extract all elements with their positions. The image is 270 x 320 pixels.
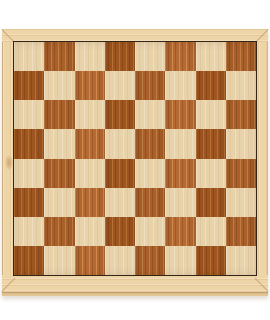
square-e8[interactable] [135, 42, 165, 71]
square-f3[interactable] [165, 188, 195, 217]
square-g5[interactable] [196, 129, 226, 158]
square-e5[interactable] [135, 129, 165, 158]
square-g8[interactable] [196, 42, 226, 71]
square-f7[interactable] [165, 71, 195, 100]
square-d7[interactable] [105, 71, 135, 100]
square-e6[interactable] [135, 100, 165, 129]
square-b6[interactable] [44, 100, 74, 129]
square-b3[interactable] [44, 188, 74, 217]
square-h2[interactable] [226, 217, 256, 246]
square-a2[interactable] [14, 217, 44, 246]
square-e4[interactable] [135, 159, 165, 188]
square-h1[interactable] [226, 246, 256, 275]
square-a7[interactable] [14, 71, 44, 100]
frame-bottom-rail [2, 275, 268, 292]
square-h7[interactable] [226, 71, 256, 100]
square-h3[interactable] [226, 188, 256, 217]
square-d8[interactable] [105, 42, 135, 71]
square-d1[interactable] [105, 246, 135, 275]
square-e1[interactable] [135, 246, 165, 275]
wood-knot [5, 155, 13, 170]
square-f5[interactable] [165, 129, 195, 158]
square-e2[interactable] [135, 217, 165, 246]
square-g2[interactable] [196, 217, 226, 246]
square-f2[interactable] [165, 217, 195, 246]
playing-area [13, 41, 257, 276]
square-f4[interactable] [165, 159, 195, 188]
square-g7[interactable] [196, 71, 226, 100]
square-h4[interactable] [226, 159, 256, 188]
square-g1[interactable] [196, 246, 226, 275]
square-e7[interactable] [135, 71, 165, 100]
square-h6[interactable] [226, 100, 256, 129]
square-a6[interactable] [14, 100, 44, 129]
squares-grid [14, 42, 256, 275]
square-a5[interactable] [14, 129, 44, 158]
square-c1[interactable] [75, 246, 105, 275]
square-f6[interactable] [165, 100, 195, 129]
square-d5[interactable] [105, 129, 135, 158]
square-a3[interactable] [14, 188, 44, 217]
square-a1[interactable] [14, 246, 44, 275]
square-d6[interactable] [105, 100, 135, 129]
square-g6[interactable] [196, 100, 226, 129]
square-c7[interactable] [75, 71, 105, 100]
square-a8[interactable] [14, 42, 44, 71]
square-b7[interactable] [44, 71, 74, 100]
chess-board [2, 29, 268, 296]
square-b1[interactable] [44, 246, 74, 275]
square-c6[interactable] [75, 100, 105, 129]
square-c3[interactable] [75, 188, 105, 217]
square-h8[interactable] [226, 42, 256, 71]
square-g3[interactable] [196, 188, 226, 217]
square-b5[interactable] [44, 129, 74, 158]
square-f8[interactable] [165, 42, 195, 71]
square-c4[interactable] [75, 159, 105, 188]
square-e3[interactable] [135, 188, 165, 217]
square-g4[interactable] [196, 159, 226, 188]
square-d3[interactable] [105, 188, 135, 217]
square-a4[interactable] [14, 159, 44, 188]
square-b2[interactable] [44, 217, 74, 246]
product-photo-background [0, 0, 270, 320]
square-d2[interactable] [105, 217, 135, 246]
square-h5[interactable] [226, 129, 256, 158]
board-bottom-edge [2, 292, 268, 296]
square-c2[interactable] [75, 217, 105, 246]
square-d4[interactable] [105, 159, 135, 188]
square-c5[interactable] [75, 129, 105, 158]
square-b8[interactable] [44, 42, 74, 71]
square-b4[interactable] [44, 159, 74, 188]
square-f1[interactable] [165, 246, 195, 275]
square-c8[interactable] [75, 42, 105, 71]
